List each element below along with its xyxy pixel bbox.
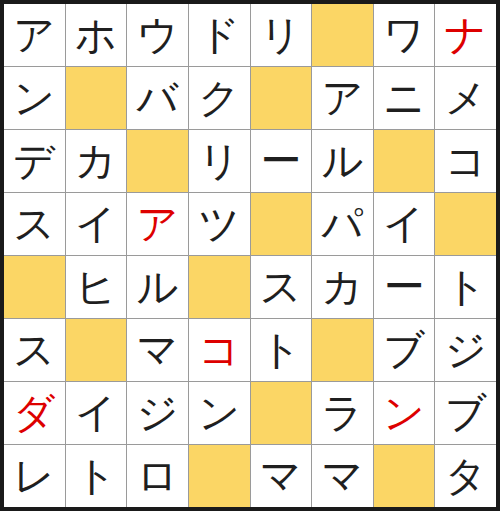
letter-cell-r1c7: メ bbox=[435, 67, 496, 129]
letter-cell-r1c0: ン bbox=[4, 67, 65, 129]
highlight-cell-r4c0 bbox=[4, 256, 65, 318]
crossword-board: アホウドリワナンバクアニメデカリールコスイアツパイヒルスカートスマコトブジダイジ… bbox=[0, 0, 500, 511]
letter-cell-r5c4: ト bbox=[251, 319, 312, 381]
letter-cell-r7c0: レ bbox=[4, 445, 65, 507]
letter-cell-r5c7: ジ bbox=[435, 319, 496, 381]
letter-cell-r4c5: カ bbox=[312, 256, 373, 318]
letter-cell-r5c0: ス bbox=[4, 319, 65, 381]
letter-cell-r7c5: マ bbox=[312, 445, 373, 507]
letter-cell-r3c5: パ bbox=[312, 193, 373, 255]
letter-cell-r6c0: ダ bbox=[4, 382, 65, 444]
letter-cell-r2c0: デ bbox=[4, 130, 65, 192]
letter-cell-r2c7: コ bbox=[435, 130, 496, 192]
highlight-cell-r0c5 bbox=[312, 4, 373, 66]
letter-cell-r3c0: ス bbox=[4, 193, 65, 255]
letter-cell-r3c1: イ bbox=[66, 193, 127, 255]
letter-cell-r0c3: ド bbox=[189, 4, 250, 66]
letter-cell-r6c5: ラ bbox=[312, 382, 373, 444]
letter-cell-r0c7: ナ bbox=[435, 4, 496, 66]
letter-cell-r1c6: ニ bbox=[374, 67, 435, 129]
letter-cell-r0c1: ホ bbox=[66, 4, 127, 66]
letter-cell-r7c7: タ bbox=[435, 445, 496, 507]
letter-cell-r3c6: イ bbox=[374, 193, 435, 255]
letter-cell-r5c3: コ bbox=[189, 319, 250, 381]
letter-cell-r5c6: ブ bbox=[374, 319, 435, 381]
highlight-cell-r2c6 bbox=[374, 130, 435, 192]
highlight-cell-r2c2 bbox=[127, 130, 188, 192]
letter-cell-r1c2: バ bbox=[127, 67, 188, 129]
letter-cell-r2c4: ー bbox=[251, 130, 312, 192]
letter-cell-r5c2: マ bbox=[127, 319, 188, 381]
letter-cell-r7c1: ト bbox=[66, 445, 127, 507]
highlight-cell-r3c7 bbox=[435, 193, 496, 255]
letter-cell-r2c3: リ bbox=[189, 130, 250, 192]
letter-cell-r1c3: ク bbox=[189, 67, 250, 129]
letter-cell-r0c2: ウ bbox=[127, 4, 188, 66]
letter-cell-r6c7: ブ bbox=[435, 382, 496, 444]
highlight-cell-r7c3 bbox=[189, 445, 250, 507]
letter-cell-r7c4: マ bbox=[251, 445, 312, 507]
letter-cell-r0c4: リ bbox=[251, 4, 312, 66]
letter-cell-r0c0: ア bbox=[4, 4, 65, 66]
letter-cell-r6c3: ン bbox=[189, 382, 250, 444]
letter-cell-r0c6: ワ bbox=[374, 4, 435, 66]
letter-cell-r7c2: ロ bbox=[127, 445, 188, 507]
letter-cell-r4c4: ス bbox=[251, 256, 312, 318]
letter-cell-r4c6: ー bbox=[374, 256, 435, 318]
highlight-cell-r1c4 bbox=[251, 67, 312, 129]
highlight-cell-r3c4 bbox=[251, 193, 312, 255]
letter-cell-r4c1: ヒ bbox=[66, 256, 127, 318]
puzzle-page: アホウドリワナンバクアニメデカリールコスイアツパイヒルスカートスマコトブジダイジ… bbox=[0, 0, 500, 511]
highlight-cell-r1c1 bbox=[66, 67, 127, 129]
letter-cell-r4c7: ト bbox=[435, 256, 496, 318]
letter-cell-r2c1: カ bbox=[66, 130, 127, 192]
letter-cell-r6c2: ジ bbox=[127, 382, 188, 444]
highlight-cell-r5c5 bbox=[312, 319, 373, 381]
highlight-cell-r5c1 bbox=[66, 319, 127, 381]
letter-cell-r6c6: ン bbox=[374, 382, 435, 444]
letter-cell-r2c5: ル bbox=[312, 130, 373, 192]
letter-cell-r6c1: イ bbox=[66, 382, 127, 444]
letter-cell-r4c2: ル bbox=[127, 256, 188, 318]
letter-cell-r1c5: ア bbox=[312, 67, 373, 129]
letter-cell-r3c3: ツ bbox=[189, 193, 250, 255]
highlight-cell-r6c4 bbox=[251, 382, 312, 444]
highlight-cell-r7c6 bbox=[374, 445, 435, 507]
highlight-cell-r4c3 bbox=[189, 256, 250, 318]
letter-cell-r3c2: ア bbox=[127, 193, 188, 255]
